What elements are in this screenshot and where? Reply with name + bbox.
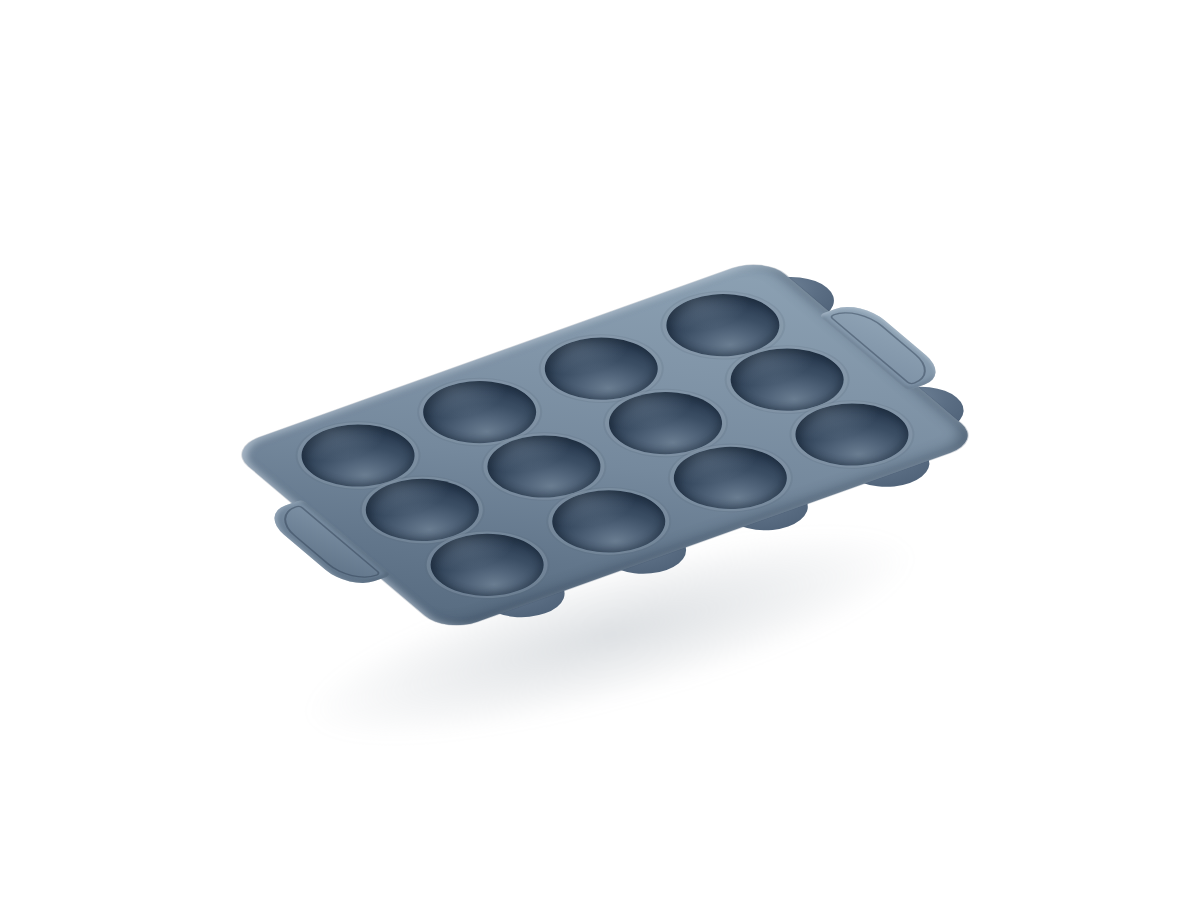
product-photo [0,0,1200,900]
